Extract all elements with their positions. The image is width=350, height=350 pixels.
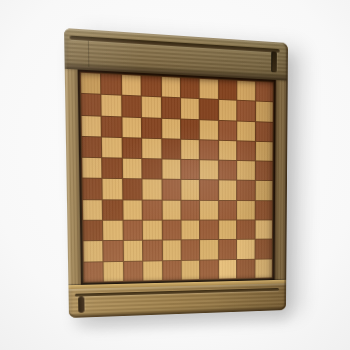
board-square[interactable] [123,200,142,220]
board-square[interactable] [200,240,218,259]
board-square[interactable] [219,120,237,140]
board-square[interactable] [200,99,218,119]
board-square[interactable] [104,241,123,261]
board-square[interactable] [142,97,161,118]
board-square[interactable] [162,139,180,159]
board-square[interactable] [101,74,120,95]
board-square[interactable] [162,221,180,240]
board-square[interactable] [122,138,141,158]
board-square[interactable] [142,76,161,97]
board-square[interactable] [237,201,254,220]
right-side-rail [275,80,288,284]
board-square[interactable] [219,240,236,259]
board-square[interactable] [200,140,218,160]
board-square[interactable] [103,200,122,220]
board-square[interactable] [104,262,123,282]
board-square[interactable] [219,221,236,240]
board-square[interactable] [219,181,236,200]
board-square[interactable] [219,141,237,161]
board-square[interactable] [237,161,254,180]
board-square[interactable] [219,260,236,279]
board-square[interactable] [237,181,254,200]
lid-slot-notch [271,51,277,72]
board-square[interactable] [83,221,102,241]
board-square[interactable] [143,200,162,219]
board-square[interactable] [255,181,272,200]
board-frame-middle [65,69,288,289]
board-square[interactable] [122,75,141,96]
board-square[interactable] [103,179,122,199]
board-square[interactable] [102,116,121,137]
board-square[interactable] [143,261,161,280]
board-square[interactable] [200,160,218,179]
board-square[interactable] [181,201,199,220]
board-square[interactable] [81,94,101,115]
board-square[interactable] [200,221,218,240]
board-square[interactable] [255,162,272,181]
board-square[interactable] [219,100,237,120]
board-square[interactable] [142,159,161,179]
board-square[interactable] [237,141,254,160]
board-square[interactable] [182,260,200,279]
finger-notch [78,296,85,313]
board-square[interactable] [181,160,199,180]
board-square[interactable] [83,241,102,261]
board-square[interactable] [237,101,254,121]
board-square[interactable] [237,259,254,278]
board-square[interactable] [163,261,181,280]
board-square[interactable] [161,77,180,98]
board-square[interactable] [219,161,236,180]
board-square[interactable] [255,220,272,239]
board-square[interactable] [123,221,142,241]
board-square[interactable] [237,240,254,259]
board-recess [78,70,276,285]
board-square[interactable] [143,180,162,200]
board-square[interactable] [256,102,273,122]
board-square[interactable] [256,122,273,141]
board-square[interactable] [82,116,102,137]
board-square[interactable] [181,221,199,240]
board-square[interactable] [219,80,237,100]
board-square[interactable] [182,241,200,260]
board-square[interactable] [256,82,273,102]
photo-canvas [0,0,350,350]
board-square[interactable] [102,137,121,157]
board-square[interactable] [237,121,254,141]
rail-left-seam [88,41,89,67]
board-square[interactable] [200,120,218,140]
board-square[interactable] [255,142,272,161]
board-square[interactable] [142,139,161,159]
board-square[interactable] [123,180,142,200]
board-square[interactable] [162,160,180,180]
board-square[interactable] [219,201,236,220]
board-square[interactable] [124,261,143,281]
board-square[interactable] [162,98,180,118]
board-square[interactable] [123,159,142,179]
board-square[interactable] [200,181,218,200]
board-square[interactable] [255,240,272,259]
board-square[interactable] [162,180,180,200]
board-square[interactable] [181,180,199,199]
board-square[interactable] [102,95,121,116]
board-square[interactable] [122,96,141,117]
board-square[interactable] [103,221,122,241]
board-square[interactable] [200,201,218,220]
board-square[interactable] [162,200,180,219]
board-square[interactable] [181,99,199,119]
lid-groove [70,36,280,53]
board-square[interactable] [200,79,218,99]
board-square[interactable] [82,137,102,158]
board-square[interactable] [181,140,199,160]
checkerboard [80,72,274,283]
board-object [64,28,288,318]
board-square[interactable] [237,81,254,101]
board-square[interactable] [84,262,103,282]
board-square[interactable] [81,73,101,94]
board-square[interactable] [181,119,199,139]
board-square[interactable] [162,118,180,138]
board-square[interactable] [83,200,102,220]
board-square[interactable] [124,241,143,261]
board-square[interactable] [255,259,272,278]
board-square[interactable] [255,201,272,220]
board-square[interactable] [83,179,103,199]
board-square[interactable] [142,118,161,138]
board-square[interactable] [181,78,199,99]
board-square[interactable] [143,221,162,240]
board-square[interactable] [237,221,254,240]
board-square[interactable] [200,260,218,279]
board-square[interactable] [103,158,122,178]
board-square[interactable] [82,158,102,178]
bottom-groove [75,288,279,297]
board-square[interactable] [122,117,141,138]
bottom-rail [69,283,287,318]
board-square[interactable] [143,241,161,260]
board-square[interactable] [163,241,181,260]
